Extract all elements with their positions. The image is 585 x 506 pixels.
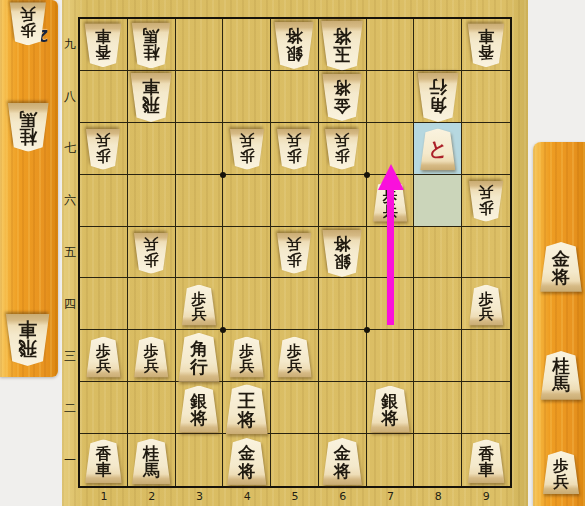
file-label: 3 [176,489,224,504]
file-label: 6 [319,489,367,504]
square-f7-r8[interactable] [367,71,415,123]
square-f3-r9[interactable] [176,19,224,71]
file-labels: 123456789 [80,489,510,504]
square-f2-r6[interactable] [128,175,176,227]
square-f2-r5[interactable]: 歩兵 [128,227,176,279]
square-f3-r3[interactable]: 角行 [176,330,224,382]
square-f9-r2[interactable] [462,382,510,434]
file-label: 4 [223,489,271,504]
board-grid: 香車桂馬銀将玉将香車飛車金将角行歩兵歩兵歩兵歩兵と歩兵歩兵歩兵歩兵銀将歩兵歩兵歩… [78,17,512,488]
pawn-piece[interactable]: 歩兵 [542,451,580,494]
square-f9-r1[interactable]: 香車 [462,434,510,486]
square-f1-r1[interactable]: 香車 [80,434,128,486]
rank-label: 五 [62,227,78,279]
square-f4-r3[interactable]: 歩兵 [223,330,271,382]
shogi-app: 歩兵2桂馬飛車 九八七六五四三二一 香車桂馬銀将玉将香車飛車金将角行歩兵歩兵歩兵… [0,0,585,506]
pawn-piece[interactable]: 歩兵 [277,233,313,274]
square-f5-r8[interactable] [271,71,319,123]
rank-label: 一 [62,434,78,486]
square-f6-r6[interactable] [319,175,367,227]
square-f8-r4[interactable] [414,278,462,330]
bishop-piece[interactable]: 角行 [417,73,460,122]
square-f8-r9[interactable] [414,19,462,71]
square-f9-r4[interactable]: 歩兵 [462,278,510,330]
square-f2-r8[interactable]: 飛車 [128,71,176,123]
hoshi-dot [220,172,226,178]
hoshi-dot [364,172,370,178]
square-f2-r7[interactable] [128,123,176,175]
silver-piece[interactable]: 銀将 [322,230,363,277]
square-f1-r3[interactable]: 歩兵 [80,330,128,382]
silver-piece[interactable]: 銀将 [179,386,220,433]
square-f6-r1[interactable]: 金将 [319,434,367,486]
square-f9-r8[interactable] [462,71,510,123]
gold-piece[interactable]: 金将 [322,74,363,121]
rook-piece[interactable]: 飛車 [130,73,173,122]
rook-piece[interactable]: 飛車 [5,314,50,366]
rank-label: 七 [62,123,78,175]
pawn-piece[interactable]: 歩兵 [9,2,47,45]
square-f4-r7[interactable]: 歩兵 [223,123,271,175]
square-f6-r3[interactable] [319,330,367,382]
bottom-player-captured-stand: 金将桂馬歩兵 [533,142,585,506]
pawn-piece[interactable]: 歩兵 [133,233,169,274]
file-label: 8 [414,489,462,504]
square-f2-r3[interactable]: 歩兵 [128,330,176,382]
pawn-piece[interactable]: 歩兵 [372,181,408,222]
square-f7-r5[interactable] [367,227,415,279]
knight-piece[interactable]: 桂馬 [131,438,171,484]
square-f1-r5[interactable] [80,227,128,279]
gold-piece[interactable]: 金将 [226,438,267,485]
square-f9-r3[interactable] [462,330,510,382]
king-piece[interactable]: 玉将 [321,21,365,71]
king-piece[interactable]: 王将 [225,384,269,434]
pawn-piece[interactable]: 歩兵 [229,336,265,377]
pawn-piece[interactable]: 歩兵 [277,129,313,170]
square-f8-r1[interactable] [414,434,462,486]
rank-label: 三 [62,330,78,382]
square-f2-r9[interactable]: 桂馬 [128,19,176,71]
silver-piece[interactable]: 銀将 [274,22,315,69]
square-f4-r8[interactable] [223,71,271,123]
pawn-piece[interactable]: 歩兵 [468,285,504,326]
silver-piece[interactable]: 銀将 [370,386,411,433]
square-f5-r4[interactable] [271,278,319,330]
file-label: 7 [367,489,415,504]
square-f7-r9[interactable] [367,19,415,71]
rank-labels: 九八七六五四三二一 [62,19,78,486]
square-f8-r8[interactable]: 角行 [414,71,462,123]
knight-piece[interactable]: 桂馬 [131,23,171,69]
square-f9-r9[interactable]: 香車 [462,19,510,71]
file-label: 5 [271,489,319,504]
shogi-board: 九八七六五四三二一 香車桂馬銀将玉将香車飛車金将角行歩兵歩兵歩兵歩兵と歩兵歩兵歩… [62,0,528,506]
square-f3-r4[interactable]: 歩兵 [176,278,224,330]
square-f1-r2[interactable] [80,382,128,434]
rank-label: 八 [62,71,78,123]
rank-label: 二 [62,382,78,434]
pawn-piece[interactable]: 歩兵 [277,336,313,377]
square-f6-r4[interactable] [319,278,367,330]
square-f8-r6[interactable] [414,175,462,227]
square-f7-r1[interactable] [367,434,415,486]
gold-piece[interactable]: 金将 [322,438,363,485]
square-f3-r5[interactable] [176,227,224,279]
square-f6-r2[interactable] [319,382,367,434]
square-f4-r1[interactable]: 金将 [223,434,271,486]
square-f2-r1[interactable]: 桂馬 [128,434,176,486]
square-f5-r7[interactable]: 歩兵 [271,123,319,175]
square-f8-r7[interactable]: と [414,123,462,175]
square-f4-r4[interactable] [223,278,271,330]
square-f5-r1[interactable] [271,434,319,486]
square-f6-r9[interactable]: 玉将 [319,19,367,71]
promoted-pawn-piece[interactable]: と [420,128,457,170]
rank-label: 九 [62,19,78,71]
top-player-captured-stand: 歩兵2桂馬飛車 [0,0,58,377]
square-f7-r4[interactable] [367,278,415,330]
square-f5-r5[interactable]: 歩兵 [271,227,319,279]
lance-piece[interactable]: 香車 [467,439,505,483]
square-f7-r2[interactable]: 銀将 [367,382,415,434]
square-f3-r2[interactable]: 銀将 [176,382,224,434]
square-f5-r9[interactable]: 銀将 [271,19,319,71]
square-f7-r6[interactable]: 歩兵 [367,175,415,227]
lance-piece[interactable]: 香車 [467,24,505,68]
square-f3-r1[interactable] [176,434,224,486]
rank-label: 六 [62,175,78,227]
square-f1-r8[interactable] [80,71,128,123]
square-f9-r7[interactable] [462,123,510,175]
square-f8-r3[interactable] [414,330,462,382]
square-f6-r7[interactable]: 歩兵 [319,123,367,175]
square-f3-r6[interactable] [176,175,224,227]
square-f3-r7[interactable] [176,123,224,175]
hoshi-dot [220,327,226,333]
pawn-piece[interactable]: 歩兵 [181,285,217,326]
knight-piece[interactable]: 桂馬 [7,103,49,152]
file-label: 2 [128,489,176,504]
square-f8-r5[interactable] [414,227,462,279]
pawn-piece[interactable]: 歩兵 [86,336,122,377]
square-f1-r6[interactable] [80,175,128,227]
square-f8-r2[interactable] [414,382,462,434]
square-f5-r2[interactable] [271,382,319,434]
square-f9-r5[interactable] [462,227,510,279]
pawn-piece[interactable]: 歩兵 [324,129,360,170]
square-f3-r8[interactable] [176,71,224,123]
bishop-piece[interactable]: 角行 [178,333,221,382]
square-f5-r3[interactable]: 歩兵 [271,330,319,382]
square-f2-r4[interactable] [128,278,176,330]
square-f4-r5[interactable] [223,227,271,279]
square-f1-r7[interactable]: 歩兵 [80,123,128,175]
pawn-piece[interactable]: 歩兵 [468,181,504,222]
pawn-piece[interactable]: 歩兵 [133,336,169,377]
gold-piece[interactable]: 金将 [539,242,582,292]
file-label: 1 [80,489,128,504]
lance-piece[interactable]: 香車 [84,24,122,68]
square-f4-r9[interactable] [223,19,271,71]
square-f7-r7[interactable] [367,123,415,175]
file-label: 9 [462,489,510,504]
square-f7-r3[interactable] [367,330,415,382]
square-f4-r2[interactable]: 王将 [223,382,271,434]
square-f4-r6[interactable] [223,175,271,227]
square-f1-r9[interactable]: 香車 [80,19,128,71]
hoshi-dot [364,327,370,333]
pawn-piece[interactable]: 歩兵 [86,129,122,170]
square-f6-r8[interactable]: 金将 [319,71,367,123]
rank-label: 四 [62,278,78,330]
square-f9-r6[interactable]: 歩兵 [462,175,510,227]
lance-piece[interactable]: 香車 [84,439,122,483]
knight-piece[interactable]: 桂馬 [540,351,582,400]
square-f6-r5[interactable]: 銀将 [319,227,367,279]
pawn-piece[interactable]: 歩兵 [229,129,265,170]
square-f2-r2[interactable] [128,382,176,434]
square-f1-r4[interactable] [80,278,128,330]
square-f5-r6[interactable] [271,175,319,227]
